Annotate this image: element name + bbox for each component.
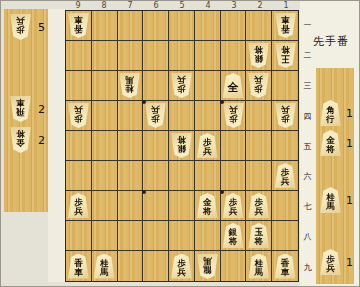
square-4五[interactable]: 歩兵 — [195, 131, 221, 161]
piece-歩兵-sente[interactable]: 歩兵 — [171, 254, 192, 279]
square-5四[interactable] — [169, 101, 195, 131]
piece-kanji: 歩兵 — [74, 105, 83, 126]
square-2三[interactable]: 歩兵 — [246, 71, 272, 101]
square-6七[interactable] — [143, 191, 169, 221]
square-9七[interactable]: 歩兵 — [66, 191, 92, 221]
square-8六[interactable] — [92, 161, 118, 191]
star-point — [220, 190, 224, 194]
piece-歩兵-sente[interactable]: 歩兵 — [68, 193, 89, 218]
square-8三[interactable] — [92, 71, 118, 101]
square-4一[interactable] — [195, 11, 221, 41]
piece-kanji: 歩兵 — [255, 75, 264, 96]
piece-香車-gote[interactable]: 香車 — [68, 13, 89, 38]
piece-歩兵-gote[interactable]: 歩兵 — [171, 73, 192, 98]
piece-金将-sente[interactable]: 金将 — [320, 130, 341, 156]
file-label-6: 6 — [150, 1, 162, 10]
gote-hand-count: 5 — [38, 21, 45, 34]
sente-hand-count: 1 — [346, 137, 353, 150]
square-8五[interactable] — [92, 131, 118, 161]
left-divider — [48, 9, 65, 282]
square-2二[interactable]: 銀将 — [246, 41, 272, 71]
piece-kanji: 歩兵 — [281, 105, 290, 126]
piece-kanji: 歩兵 — [177, 75, 186, 96]
square-3六[interactable] — [221, 161, 247, 191]
square-6四[interactable]: 歩兵 — [143, 101, 169, 131]
sente-hand-slot: 桂馬1 — [320, 187, 341, 213]
gote-hand-panel: 歩兵5飛車2金将2 — [4, 9, 48, 212]
star-point — [142, 100, 146, 104]
piece-kanji: 王将 — [281, 45, 290, 66]
piece-kanji: 銀将 — [255, 45, 264, 66]
sente-hand-slot: 角行1 — [320, 100, 341, 126]
square-7三[interactable]: 桂馬 — [118, 71, 144, 101]
square-4九[interactable]: 龍馬 — [195, 251, 221, 281]
piece-kanji: 桂馬 — [255, 256, 264, 277]
file-label-1: 1 — [280, 1, 292, 10]
piece-金将-gote[interactable]: 金将 — [10, 127, 31, 153]
square-5七[interactable] — [169, 191, 195, 221]
piece-歩兵-gote[interactable]: 歩兵 — [223, 103, 244, 128]
piece-kanji: 歩兵 — [255, 195, 264, 216]
square-7八[interactable] — [118, 221, 144, 251]
piece-kanji: 香車 — [74, 15, 83, 36]
square-6二[interactable] — [143, 41, 169, 71]
square-2五[interactable] — [246, 131, 272, 161]
square-1七[interactable] — [272, 191, 298, 221]
square-2一[interactable] — [246, 11, 272, 41]
piece-歩兵-sente[interactable]: 歩兵 — [248, 193, 269, 218]
piece-kanji: 歩兵 — [229, 105, 238, 126]
rank-label-二: 二 — [302, 50, 313, 61]
rank-label-六: 六 — [302, 171, 313, 182]
square-7七[interactable] — [118, 191, 144, 221]
piece-kanji: 飛車 — [16, 99, 25, 120]
square-8一[interactable] — [92, 11, 118, 41]
piece-歩兵-sente[interactable]: 歩兵 — [320, 249, 341, 275]
piece-桂馬-sente[interactable]: 桂馬 — [248, 254, 269, 279]
rank-label-八: 八 — [302, 231, 313, 242]
piece-歩兵-gote[interactable]: 歩兵 — [248, 73, 269, 98]
piece-角行-sente[interactable]: 角行 — [320, 100, 341, 126]
piece-kanji: 全 — [228, 77, 239, 94]
square-5九[interactable]: 歩兵 — [169, 251, 195, 281]
piece-kanji: 香車 — [281, 256, 290, 277]
piece-全-sente[interactable]: 全 — [223, 73, 244, 98]
square-3五[interactable] — [221, 131, 247, 161]
sente-hand-slot: 金将1 — [320, 130, 341, 156]
square-9八[interactable] — [66, 221, 92, 251]
square-8九[interactable]: 桂馬 — [92, 251, 118, 281]
piece-kanji: 歩兵 — [281, 165, 290, 186]
square-3三[interactable]: 全 — [221, 71, 247, 101]
sente-hand-count: 1 — [346, 107, 353, 120]
square-8八[interactable] — [92, 221, 118, 251]
square-4三[interactable] — [195, 71, 221, 101]
square-2六[interactable] — [246, 161, 272, 191]
file-label-8: 8 — [98, 1, 110, 10]
piece-kanji: 銀将 — [229, 225, 238, 246]
piece-金将-sente[interactable]: 金将 — [197, 193, 218, 218]
square-7九[interactable] — [118, 251, 144, 281]
file-label-4: 4 — [202, 1, 214, 10]
piece-kanji: 歩兵 — [326, 252, 335, 273]
piece-王将-gote[interactable]: 王将 — [275, 43, 296, 68]
sente-hand-count: 1 — [346, 194, 353, 207]
piece-歩兵-sente[interactable]: 歩兵 — [197, 133, 218, 158]
piece-kanji: 歩兵 — [151, 105, 160, 126]
gote-hand-slot: 歩兵5 — [10, 14, 31, 40]
piece-銀将-sente[interactable]: 銀将 — [223, 223, 244, 248]
piece-歩兵-gote[interactable]: 歩兵 — [275, 103, 296, 128]
square-2九[interactable]: 桂馬 — [246, 251, 272, 281]
piece-歩兵-sente[interactable]: 歩兵 — [275, 163, 296, 188]
file-label-5: 5 — [176, 1, 188, 10]
piece-歩兵-sente[interactable]: 歩兵 — [223, 193, 244, 218]
shogi-diagram: 歩兵5飛車2金将2 先手番 角行1金将1桂馬1歩兵1 香車香車銀将王将桂馬歩兵全… — [0, 0, 360, 287]
file-label-9: 9 — [72, 1, 84, 10]
sente-hand-count: 1 — [346, 256, 353, 269]
piece-kanji: 桂馬 — [326, 190, 335, 211]
piece-銀将-gote[interactable]: 銀将 — [171, 133, 192, 158]
gote-hand-count: 2 — [38, 103, 45, 116]
square-1一[interactable]: 香車 — [272, 11, 298, 41]
square-1五[interactable] — [272, 131, 298, 161]
square-7二[interactable] — [118, 41, 144, 71]
square-3八[interactable]: 銀将 — [221, 221, 247, 251]
piece-桂馬-gote[interactable]: 桂馬 — [119, 73, 140, 98]
file-label-3: 3 — [228, 1, 240, 10]
square-3一[interactable] — [221, 11, 247, 41]
piece-kanji: 歩兵 — [177, 256, 186, 277]
piece-飛車-gote[interactable]: 飛車 — [10, 96, 31, 122]
piece-kanji: 歩兵 — [74, 195, 83, 216]
piece-kanji: 角行 — [326, 103, 335, 124]
piece-kanji: 玉将 — [255, 225, 264, 246]
piece-香車-sente[interactable]: 香車 — [275, 254, 296, 279]
gote-hand-slot: 金将2 — [10, 127, 31, 153]
rank-label-五: 五 — [302, 141, 313, 152]
square-9二[interactable] — [66, 41, 92, 71]
piece-kanji: 歩兵 — [16, 17, 25, 38]
piece-kanji: 金将 — [326, 133, 335, 154]
square-9三[interactable] — [66, 71, 92, 101]
file-label-7: 7 — [124, 1, 136, 10]
square-2八[interactable]: 玉将 — [246, 221, 272, 251]
piece-香車-sente[interactable]: 香車 — [68, 254, 89, 279]
piece-銀将-gote[interactable]: 銀将 — [248, 43, 269, 68]
square-8七[interactable] — [92, 191, 118, 221]
square-6八[interactable] — [143, 221, 169, 251]
square-1六[interactable]: 歩兵 — [272, 161, 298, 191]
piece-kanji: 金将 — [203, 195, 212, 216]
square-1八[interactable] — [272, 221, 298, 251]
star-point — [142, 190, 146, 194]
shogi-board: 香車香車銀将王将桂馬歩兵全歩兵歩兵歩兵歩兵歩兵銀将歩兵歩兵歩兵金将歩兵歩兵銀将玉… — [65, 10, 299, 282]
piece-kanji: 香車 — [74, 256, 83, 277]
square-6六[interactable] — [143, 161, 169, 191]
square-1三[interactable] — [272, 71, 298, 101]
rank-label-一: 一 — [302, 20, 313, 31]
piece-歩兵-gote[interactable]: 歩兵 — [145, 103, 166, 128]
turn-indicator: 先手番 — [313, 34, 359, 49]
square-7四[interactable] — [118, 101, 144, 131]
piece-kanji: 桂馬 — [126, 75, 135, 96]
square-9一[interactable]: 香車 — [66, 11, 92, 41]
square-2四[interactable] — [246, 101, 272, 131]
piece-kanji: 香車 — [281, 15, 290, 36]
square-9四[interactable]: 歩兵 — [66, 101, 92, 131]
square-4四[interactable] — [195, 101, 221, 131]
piece-玉将-sente[interactable]: 玉将 — [248, 223, 269, 248]
sente-hand-slot: 歩兵1 — [320, 249, 341, 275]
rank-label-三: 三 — [302, 80, 313, 91]
file-label-2: 2 — [254, 1, 266, 10]
square-3二[interactable] — [221, 41, 247, 71]
square-4六[interactable] — [195, 161, 221, 191]
square-7五[interactable] — [118, 131, 144, 161]
square-9五[interactable] — [66, 131, 92, 161]
square-6九[interactable] — [143, 251, 169, 281]
square-4七[interactable]: 金将 — [195, 191, 221, 221]
star-point — [220, 100, 224, 104]
square-4八[interactable] — [195, 221, 221, 251]
rank-label-九: 九 — [302, 262, 313, 273]
square-1四[interactable]: 歩兵 — [272, 101, 298, 131]
square-5五[interactable]: 銀将 — [169, 131, 195, 161]
rank-label-四: 四 — [302, 111, 313, 122]
square-2七[interactable]: 歩兵 — [246, 191, 272, 221]
square-7一[interactable] — [118, 11, 144, 41]
gote-hand-slot: 飛車2 — [10, 96, 31, 122]
square-4二[interactable] — [195, 41, 221, 71]
rank-label-七: 七 — [302, 201, 313, 212]
piece-kanji: 桂馬 — [100, 256, 109, 277]
square-3七[interactable]: 歩兵 — [221, 191, 247, 221]
square-3四[interactable]: 歩兵 — [221, 101, 247, 131]
square-5一[interactable] — [169, 11, 195, 41]
square-5三[interactable]: 歩兵 — [169, 71, 195, 101]
piece-龍馬-gote[interactable]: 龍馬 — [197, 254, 218, 279]
square-8二[interactable] — [92, 41, 118, 71]
square-5六[interactable] — [169, 161, 195, 191]
piece-kanji: 銀将 — [177, 135, 186, 156]
square-1二[interactable]: 王将 — [272, 41, 298, 71]
piece-kanji: 龍馬 — [203, 256, 212, 277]
square-8四[interactable] — [92, 101, 118, 131]
piece-kanji: 歩兵 — [203, 135, 212, 156]
piece-歩兵-gote[interactable]: 歩兵 — [10, 14, 31, 40]
piece-歩兵-gote[interactable]: 歩兵 — [68, 103, 89, 128]
piece-kanji: 金将 — [16, 130, 25, 151]
piece-桂馬-sente[interactable]: 桂馬 — [320, 187, 341, 213]
gote-hand-count: 2 — [38, 134, 45, 147]
square-9六[interactable] — [66, 161, 92, 191]
square-5二[interactable] — [169, 41, 195, 71]
square-6一[interactable] — [143, 11, 169, 41]
square-6三[interactable] — [143, 71, 169, 101]
square-6五[interactable] — [143, 131, 169, 161]
sente-hand-panel: 角行1金将1桂馬1歩兵1 — [316, 68, 354, 284]
square-9九[interactable]: 香車 — [66, 251, 92, 281]
square-7六[interactable] — [118, 161, 144, 191]
piece-桂馬-sente[interactable]: 桂馬 — [94, 254, 115, 279]
piece-kanji: 歩兵 — [229, 195, 238, 216]
square-5八[interactable] — [169, 221, 195, 251]
square-3九[interactable] — [221, 251, 247, 281]
piece-香車-gote[interactable]: 香車 — [275, 13, 296, 38]
square-1九[interactable]: 香車 — [272, 251, 298, 281]
